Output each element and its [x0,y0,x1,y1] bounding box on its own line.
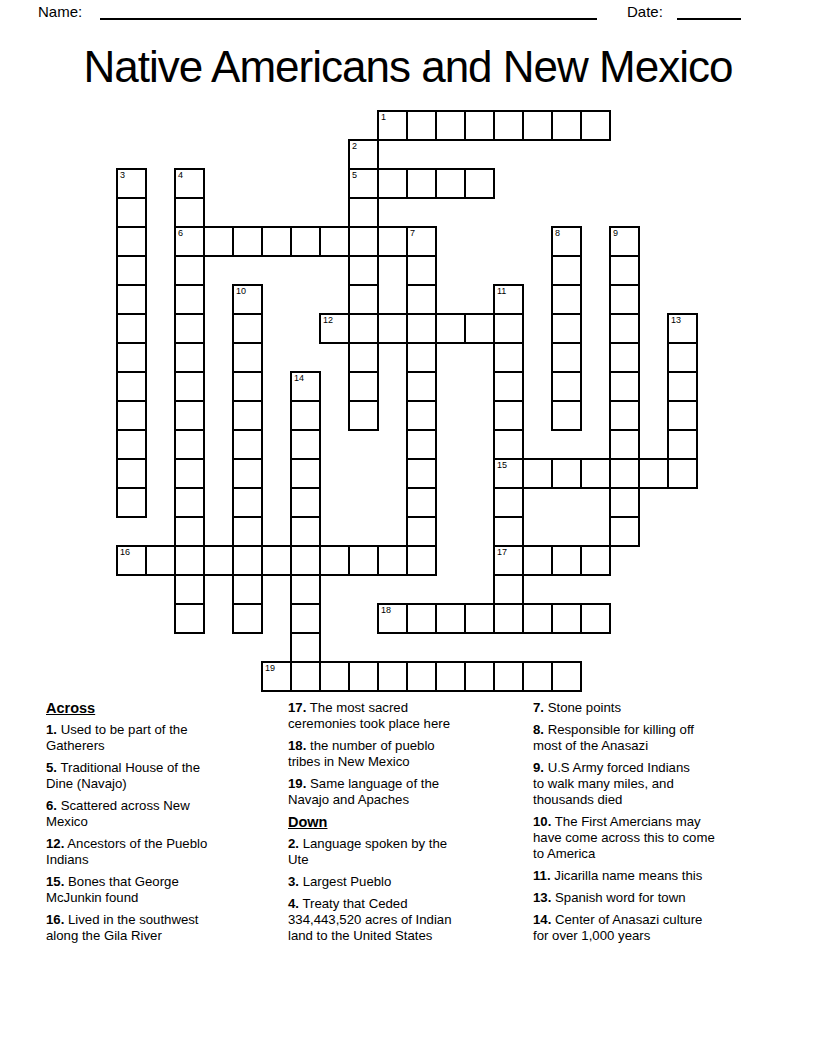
clue-15-number: 15. [46,874,64,889]
clue-3-down: 3. Largest Pueblo [288,874,528,890]
clue-2-number: 2. [288,836,299,851]
grid-cell-r4c0[interactable] [116,226,147,257]
grid-cell-r9c0[interactable] [116,371,147,402]
clue-16-across: 16. Lived in the southwest along the Gil… [46,912,260,944]
grid-cell-r15c3[interactable] [203,545,234,576]
clue-7-number: 7. [533,700,544,715]
grid-cell-r19c6[interactable] [290,661,321,692]
clue-number-5: 5 [352,170,357,180]
clue-6-text: Scattered across New Mexico [46,798,190,829]
grid-cell-r7c7[interactable]: 12 [319,313,350,344]
clue-number-19: 19 [265,663,275,673]
grid-cell-r9c4[interactable] [232,371,263,402]
grid-cell-r7c11[interactable] [435,313,466,344]
grid-cell-r7c4[interactable] [232,313,263,344]
grid-cell-r8c17[interactable] [609,342,640,373]
grid-cell-r11c17[interactable] [609,429,640,460]
clue-number-17: 17 [497,547,507,557]
grid-cell-r9c13[interactable] [493,371,524,402]
grid-cell-r15c15[interactable] [551,545,582,576]
grid-cell-r8c19[interactable] [667,342,698,373]
clue-12-text: Ancestors of the Pueblo Indians [46,836,207,867]
clue-4-text: Treaty that Ceded 334,443,520 acres of I… [288,896,452,943]
grid-cell-r6c0[interactable] [116,284,147,315]
grid-cell-r14c6[interactable] [290,516,321,547]
grid-cell-r10c13[interactable] [493,400,524,431]
clue-number-16: 16 [120,547,130,557]
clues-column-1: Across 1. Used to be part of the Gathere… [46,700,260,950]
grid-cell-r2c0[interactable]: 3 [116,168,147,199]
clue-16-number: 16. [46,912,64,927]
grid-cell-r4c4[interactable] [232,226,263,257]
grid-cell-r17c4[interactable] [232,603,263,634]
grid-cell-r17c11[interactable] [435,603,466,634]
clue-4-number: 4. [288,896,299,911]
clue-11-down: 11. Jicarilla name means this [533,868,789,884]
grid-cell-r19c5[interactable]: 19 [261,661,292,692]
grid-cell-r0c12[interactable] [464,110,495,141]
worksheet-page: { "game": "crossword", "title": "Native … [0,0,816,1056]
clue-2-text: Language spoken by the Ute [288,836,447,867]
clue-11-text: Jicarilla name means this [554,868,702,883]
clue-8-number: 8. [533,722,544,737]
clues-column-3: 7. Stone points8. Responsible for killin… [533,700,789,950]
clue-18-number: 18. [288,738,306,753]
grid-cell-r15c2[interactable] [174,545,205,576]
clue-number-9: 9 [613,228,618,238]
clue-5-text: Traditional House of the Dine (Navajo) [46,760,200,791]
grid-cell-r4c15[interactable]: 8 [551,226,582,257]
clue-19-number: 19. [288,776,306,791]
grid-cell-r8c8[interactable] [348,342,379,373]
grid-cell-r2c8[interactable]: 5 [348,168,379,199]
grid-cell-r17c2[interactable] [174,603,205,634]
clue-5-across: 5. Traditional House of the Dine (Navajo… [46,760,260,792]
grid-cell-r13c17[interactable] [609,487,640,518]
grid-cell-r17c13[interactable] [493,603,524,634]
grid-cell-r8c13[interactable] [493,342,524,373]
date-input-line[interactable] [677,2,741,20]
grid-cell-r16c13[interactable] [493,574,524,605]
grid-cell-r4c3[interactable] [203,226,234,257]
grid-cell-r6c8[interactable] [348,284,379,315]
grid-cell-r11c10[interactable] [406,429,437,460]
clue-7-text: Stone points [548,700,621,715]
grid-cell-r17c10[interactable] [406,603,437,634]
clue-9-text: U.S Army forced Indians to walk many mil… [533,760,690,807]
clue-number-15: 15 [497,460,507,470]
clue-number-8: 8 [555,228,560,238]
clue-number-10: 10 [236,286,246,296]
grid-cell-r9c19[interactable] [667,371,698,402]
clue-number-4: 4 [178,170,183,180]
grid-cell-r7c9[interactable] [377,313,408,344]
grid-cell-r12c13[interactable]: 15 [493,458,524,489]
grid-cell-r0c11[interactable] [435,110,466,141]
clue-3-number: 3. [288,874,299,889]
grid-cell-r6c2[interactable] [174,284,205,315]
grid-cell-r8c10[interactable] [406,342,437,373]
grid-cell-r18c6[interactable] [290,632,321,663]
grid-cell-r12c6[interactable] [290,458,321,489]
grid-cell-r12c15[interactable] [551,458,582,489]
grid-cell-r17c16[interactable] [580,603,611,634]
grid-cell-r19c13[interactable] [493,661,524,692]
clue-5-number: 5. [46,760,57,775]
grid-cell-r9c17[interactable] [609,371,640,402]
grid-cell-r12c16[interactable] [580,458,611,489]
grid-cell-r6c17[interactable] [609,284,640,315]
grid-cell-r3c8[interactable] [348,197,379,228]
grid-cell-r8c0[interactable] [116,342,147,373]
clue-13-down: 13. Spanish word for town [533,890,789,906]
grid-cell-r11c0[interactable] [116,429,147,460]
grid-cell-r0c14[interactable] [522,110,553,141]
across-clue-list-continued: 17. The most sacred ceremonies took plac… [288,700,528,808]
grid-cell-r7c0[interactable] [116,313,147,344]
clue-12-number: 12. [46,836,64,851]
grid-cell-r13c2[interactable] [174,487,205,518]
across-clue-list: 1. Used to be part of the Gatherers5. Tr… [46,722,260,944]
grid-cell-r15c10[interactable] [406,545,437,576]
clue-6-across: 6. Scattered across New Mexico [46,798,260,830]
clue-7-down: 7. Stone points [533,700,789,716]
clue-8-text: Responsible for killing off most of the … [533,722,694,753]
clue-18-across: 18. the number of pueblo tribes in New M… [288,738,528,770]
grid-cell-r7c19[interactable]: 13 [667,313,698,344]
clue-4-down: 4. Treaty that Ceded 334,443,520 acres o… [288,896,528,944]
grid-cell-r2c11[interactable] [435,168,466,199]
grid-cell-r10c17[interactable] [609,400,640,431]
grid-cell-r12c14[interactable] [522,458,553,489]
clue-9-number: 9. [533,760,544,775]
grid-cell-r13c0[interactable] [116,487,147,518]
grid-cell-r10c4[interactable] [232,400,263,431]
grid-cell-r7c8[interactable] [348,313,379,344]
clue-1-number: 1. [46,722,57,737]
grid-cell-r12c19[interactable] [667,458,698,489]
grid-cell-r6c4[interactable]: 10 [232,284,263,315]
clue-2-down: 2. Language spoken by the Ute [288,836,528,868]
grid-cell-r17c15[interactable] [551,603,582,634]
grid-cell-r0c10[interactable] [406,110,437,141]
clue-number-6: 6 [178,228,183,238]
grid-cell-r4c7[interactable] [319,226,350,257]
grid-cell-r7c12[interactable] [464,313,495,344]
crossword-grid: 12345678910111213141516171819 [117,111,698,692]
grid-cell-r16c6[interactable] [290,574,321,605]
grid-cell-r14c2[interactable] [174,516,205,547]
grid-cell-r2c9[interactable] [377,168,408,199]
grid-cell-r4c9[interactable] [377,226,408,257]
grid-cell-r5c2[interactable] [174,255,205,286]
clues-column-2: 17. The most sacred ceremonies took plac… [288,700,528,950]
grid-cell-r3c2[interactable] [174,197,205,228]
grid-cell-r5c8[interactable] [348,255,379,286]
grid-cell-r11c19[interactable] [667,429,698,460]
grid-cell-r9c10[interactable] [406,371,437,402]
grid-cell-r19c9[interactable] [377,661,408,692]
grid-cell-r10c6[interactable] [290,400,321,431]
grid-cell-r19c14[interactable] [522,661,553,692]
down-clue-list-continued: 7. Stone points8. Responsible for killin… [533,700,789,944]
grid-cell-r13c4[interactable] [232,487,263,518]
clue-number-3: 3 [120,170,125,180]
clue-8-down: 8. Responsible for killing off most of t… [533,722,789,754]
grid-cell-r4c5[interactable] [261,226,292,257]
clue-number-14: 14 [294,373,304,383]
page-title: Native Americans and New Mexico [0,42,816,92]
grid-cell-r10c19[interactable] [667,400,698,431]
grid-cell-r13c10[interactable] [406,487,437,518]
clue-15-across: 15. Bones that George McJunkin found [46,874,260,906]
grid-cell-r11c6[interactable] [290,429,321,460]
grid-cell-r2c2[interactable]: 4 [174,168,205,199]
grid-cell-r6c13[interactable]: 11 [493,284,524,315]
grid-cell-r4c2[interactable]: 6 [174,226,205,257]
grid-cell-r10c8[interactable] [348,400,379,431]
clue-6-number: 6. [46,798,57,813]
grid-cell-r10c2[interactable] [174,400,205,431]
grid-cell-r2c10[interactable] [406,168,437,199]
grid-cell-r9c6[interactable]: 14 [290,371,321,402]
grid-cell-r14c4[interactable] [232,516,263,547]
clue-17-across: 17. The most sacred ceremonies took plac… [288,700,528,732]
grid-cell-r7c17[interactable] [609,313,640,344]
clue-19-text: Same language of the Navajo and Apaches [288,776,439,807]
down-heading: Down [288,814,528,831]
grid-cell-r0c16[interactable] [580,110,611,141]
clue-10-number: 10. [533,814,551,829]
grid-cell-r15c5[interactable] [261,545,292,576]
grid-cell-r12c0[interactable] [116,458,147,489]
grid-cell-r10c0[interactable] [116,400,147,431]
grid-cell-r0c13[interactable] [493,110,524,141]
grid-cell-r7c13[interactable] [493,313,524,344]
grid-cell-r15c14[interactable] [522,545,553,576]
clue-16-text: Lived in the southwest along the Gila Ri… [46,912,199,943]
grid-cell-r19c10[interactable] [406,661,437,692]
grid-cell-r7c10[interactable] [406,313,437,344]
grid-cell-r10c10[interactable] [406,400,437,431]
clue-17-number: 17. [288,700,306,715]
grid-cell-r0c9[interactable]: 1 [377,110,408,141]
grid-cell-r14c17[interactable] [609,516,640,547]
grid-cell-r9c2[interactable] [174,371,205,402]
grid-cell-r19c8[interactable] [348,661,379,692]
clue-number-18: 18 [381,605,391,615]
clue-number-1: 1 [381,112,386,122]
grid-cell-r14c13[interactable] [493,516,524,547]
date-label: Date: [627,3,663,20]
grid-cell-r15c7[interactable] [319,545,350,576]
grid-cell-r13c6[interactable] [290,487,321,518]
clue-3-text: Largest Pueblo [303,874,392,889]
grid-cell-r6c10[interactable] [406,284,437,315]
grid-cell-r15c4[interactable] [232,545,263,576]
grid-cell-r11c13[interactable] [493,429,524,460]
clue-1-across: 1. Used to be part of the Gatherers [46,722,260,754]
grid-cell-r8c15[interactable] [551,342,582,373]
clue-10-text: The First Amercians may have come across… [533,814,715,861]
grid-cell-r11c2[interactable] [174,429,205,460]
grid-cell-r9c15[interactable] [551,371,582,402]
grid-cell-r14c10[interactable] [406,516,437,547]
grid-cell-r15c13[interactable]: 17 [493,545,524,576]
clue-14-down: 14. Center of Anasazi culture for over 1… [533,912,789,944]
clue-1-text: Used to be part of the Gatherers [46,722,188,753]
clue-number-12: 12 [323,315,333,325]
clue-13-number: 13. [533,890,551,905]
clue-number-7: 7 [410,228,415,238]
grid-cell-r15c6[interactable] [290,545,321,576]
clue-number-11: 11 [497,286,506,296]
clue-13-text: Spanish word for town [555,890,685,905]
down-clue-list: 2. Language spoken by the Ute3. Largest … [288,836,528,944]
across-heading: Across [46,700,260,717]
grid-cell-r5c17[interactable] [609,255,640,286]
clue-12-across: 12. Ancestors of the Pueblo Indians [46,836,260,868]
grid-cell-r16c4[interactable] [232,574,263,605]
clue-14-text: Center of Anasazi culture for over 1,000… [533,912,702,943]
grid-cell-r4c8[interactable] [348,226,379,257]
clue-11-number: 11. [533,868,551,883]
grid-cell-r7c15[interactable] [551,313,582,344]
clue-number-13: 13 [671,315,681,325]
grid-cell-r17c14[interactable] [522,603,553,634]
clue-9-down: 9. U.S Army forced Indians to walk many … [533,760,789,808]
name-input-line[interactable] [100,2,597,20]
grid-cell-r6c15[interactable] [551,284,582,315]
grid-cell-r17c12[interactable] [464,603,495,634]
grid-cell-r12c17[interactable] [609,458,640,489]
grid-cell-r12c2[interactable] [174,458,205,489]
grid-cell-r0c15[interactable] [551,110,582,141]
grid-cell-r7c2[interactable] [174,313,205,344]
clue-14-number: 14. [533,912,551,927]
grid-cell-r16c2[interactable] [174,574,205,605]
grid-cell-r19c7[interactable] [319,661,350,692]
clue-10-down: 10. The First Amercians may have come ac… [533,814,789,862]
grid-cell-r4c6[interactable] [290,226,321,257]
grid-cell-r17c9[interactable]: 18 [377,603,408,634]
grid-cell-r8c2[interactable] [174,342,205,373]
grid-cell-r17c6[interactable] [290,603,321,634]
grid-cell-r15c1[interactable] [145,545,176,576]
grid-cell-r12c18[interactable] [638,458,669,489]
clue-19-across: 19. Same language of the Navajo and Apac… [288,776,528,808]
grid-cell-r8c4[interactable] [232,342,263,373]
grid-cell-r19c12[interactable] [464,661,495,692]
grid-cell-r19c11[interactable] [435,661,466,692]
clue-15-text: Bones that George McJunkin found [46,874,179,905]
grid-cell-r15c16[interactable] [580,545,611,576]
grid-cell-r5c15[interactable] [551,255,582,286]
grid-cell-r13c13[interactable] [493,487,524,518]
grid-cell-r15c9[interactable] [377,545,408,576]
grid-cell-r5c0[interactable] [116,255,147,286]
grid-cell-r1c8[interactable]: 2 [348,139,379,170]
grid-cell-r9c8[interactable] [348,371,379,402]
clue-17-text: The most sacred ceremonies took place he… [288,700,450,731]
grid-cell-r12c4[interactable] [232,458,263,489]
grid-cell-r3c0[interactable] [116,197,147,228]
grid-cell-r19c15[interactable] [551,661,582,692]
grid-cell-r2c12[interactable] [464,168,495,199]
clue-number-2: 2 [352,141,357,151]
grid-cell-r4c17[interactable]: 9 [609,226,640,257]
name-label: Name: [38,3,82,20]
grid-cell-r15c8[interactable] [348,545,379,576]
clue-18-text: the number of pueblo tribes in New Mexic… [288,738,435,769]
grid-cell-r4c10[interactable]: 7 [406,226,437,257]
grid-cell-r10c15[interactable] [551,400,582,431]
grid-cell-r5c10[interactable] [406,255,437,286]
grid-cell-r12c10[interactable] [406,458,437,489]
grid-cell-r11c4[interactable] [232,429,263,460]
grid-cell-r15c0[interactable]: 16 [116,545,147,576]
